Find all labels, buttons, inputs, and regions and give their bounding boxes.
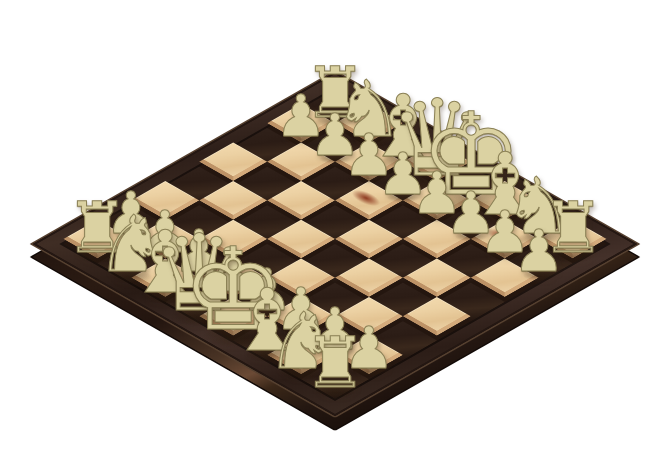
pawn-glyph: ♟ <box>513 223 565 281</box>
rook-glyph: ♜ <box>304 329 367 399</box>
table-surface: ♜♞♝♛♚♝♞♜♟♟♟♟♟♟♟♟♟♟♟♟♟♟♟♟♜♞♝♛♚♝♞♜ <box>0 0 670 460</box>
black-pawn-h7[interactable]: ♟ <box>513 223 565 281</box>
white-rook-h1[interactable]: ♜ <box>304 329 367 399</box>
